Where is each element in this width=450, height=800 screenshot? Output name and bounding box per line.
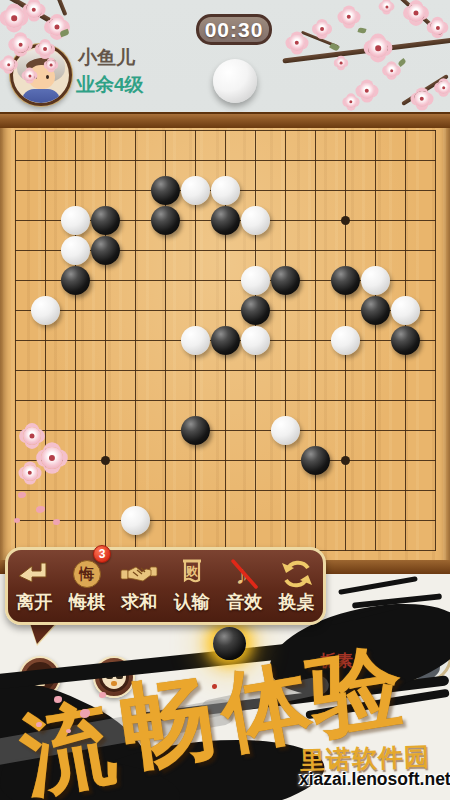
- offer-draw-label: 求和: [121, 592, 157, 612]
- blossom-branch: [0, 0, 61, 28]
- ink-splash: [305, 689, 449, 720]
- game-board[interactable]: [0, 112, 450, 574]
- ink-splash-gray: [0, 698, 235, 769]
- leave-arrow-icon: [14, 557, 54, 591]
- board-frame-top: [0, 112, 450, 128]
- promo-url: xiazai.lenosoft.net: [299, 769, 450, 790]
- blossom-branch: [301, 31, 339, 49]
- petal: [54, 696, 62, 703]
- cherry-blossom: [368, 38, 388, 58]
- ink-splash-gray: [200, 675, 331, 720]
- blossom-branch: [401, 74, 449, 106]
- cherry-blossom: [359, 83, 375, 99]
- cherry-blossom: [430, 20, 445, 35]
- ink-splash: [0, 625, 450, 691]
- resign-button[interactable]: 败 认输: [166, 550, 219, 622]
- cherry-blossom: [437, 81, 450, 94]
- svg-text:败: 败: [185, 564, 198, 578]
- up-arrow-icon: ▲: [25, 662, 55, 692]
- petal: [80, 709, 90, 718]
- undo-button-label: 悔棋: [69, 592, 105, 612]
- surrender-banner-icon: 败: [172, 557, 212, 591]
- cherry-blossom: [414, 91, 430, 107]
- promo-brand: 里诺软件园: [299, 740, 430, 778]
- emoji-button[interactable]: [93, 656, 135, 698]
- cherry-blossom: [345, 96, 357, 108]
- bottom-player-name: 栀素: [320, 651, 354, 672]
- top-player-name: 小鱼儿: [78, 45, 135, 71]
- blossom-branch: [282, 38, 450, 64]
- cherry-blossom: [336, 58, 346, 68]
- ink-splash: [0, 748, 183, 800]
- leave-button[interactable]: 离开: [8, 550, 61, 622]
- offer-draw-button[interactable]: 求和: [113, 550, 166, 622]
- undo-count-badge: 3: [93, 545, 111, 563]
- game-toolbar: 离开 悔 3 悔棋 求和 败: [5, 547, 326, 625]
- cherry-blossom: [341, 9, 357, 25]
- cherry-blossom: [385, 64, 398, 77]
- board-grid[interactable]: [15, 130, 436, 551]
- leave-button-label: 离开: [16, 592, 52, 612]
- cherry-blossom: [381, 1, 392, 12]
- undo-button[interactable]: 悔 3 悔棋: [61, 550, 114, 622]
- sound-muted-icon: ♪: [224, 557, 264, 591]
- avatar-art: [418, 639, 440, 655]
- top-player-avatar[interactable]: [10, 44, 72, 106]
- leaf: [329, 42, 340, 52]
- black-turn-stone: [213, 627, 246, 660]
- blossom-branch: [47, 0, 68, 16]
- petal: [66, 729, 71, 733]
- cherry-blossom: [48, 18, 66, 36]
- petal: [212, 684, 217, 689]
- cherry-blossom: [315, 22, 329, 36]
- leaf: [357, 27, 366, 34]
- sound-toggle-button[interactable]: ♪ 音效: [218, 550, 271, 622]
- avatar-art: [406, 654, 440, 680]
- cherry-blossom: [289, 35, 305, 51]
- promo-headline-char: 验: [301, 624, 411, 761]
- resign-label: 认输: [174, 592, 210, 612]
- sound-label: 音效: [226, 592, 262, 612]
- top-player-rank: 业余4级: [76, 72, 144, 98]
- ink-splash: [72, 729, 328, 800]
- ink-splash: [141, 675, 450, 723]
- blossom-branch: [399, 0, 443, 36]
- change-table-label: 换桌: [279, 592, 315, 612]
- ink-splash: [352, 593, 442, 608]
- handshake-icon: [119, 557, 159, 591]
- bottom-player-avatar[interactable]: [398, 629, 450, 683]
- petal: [36, 722, 42, 727]
- leaf: [397, 58, 406, 67]
- promo-headline-char: 流: [12, 681, 124, 800]
- change-table-icon: [277, 557, 317, 591]
- move-timer: 00:30: [196, 14, 272, 45]
- app-screen: ▲ 栀素 流 畅 体 验 里诺软件园 xiazai.lenosoft.net: [0, 0, 450, 800]
- svg-text:悔: 悔: [78, 565, 94, 582]
- leaf: [59, 29, 70, 38]
- white-turn-stone: [213, 59, 257, 103]
- ink-splash: [338, 576, 418, 595]
- promo-headline-char: 体: [212, 641, 319, 773]
- cherry-blossom: [26, 2, 42, 18]
- expand-button[interactable]: ▲: [19, 656, 61, 698]
- change-table-button[interactable]: 换桌: [271, 550, 324, 622]
- ink-splash: [330, 604, 399, 626]
- emoji-face-icon: [99, 662, 129, 692]
- cherry-blossom: [407, 4, 425, 22]
- toolbar-tail: [30, 623, 56, 644]
- cherry-blossom: [4, 8, 24, 28]
